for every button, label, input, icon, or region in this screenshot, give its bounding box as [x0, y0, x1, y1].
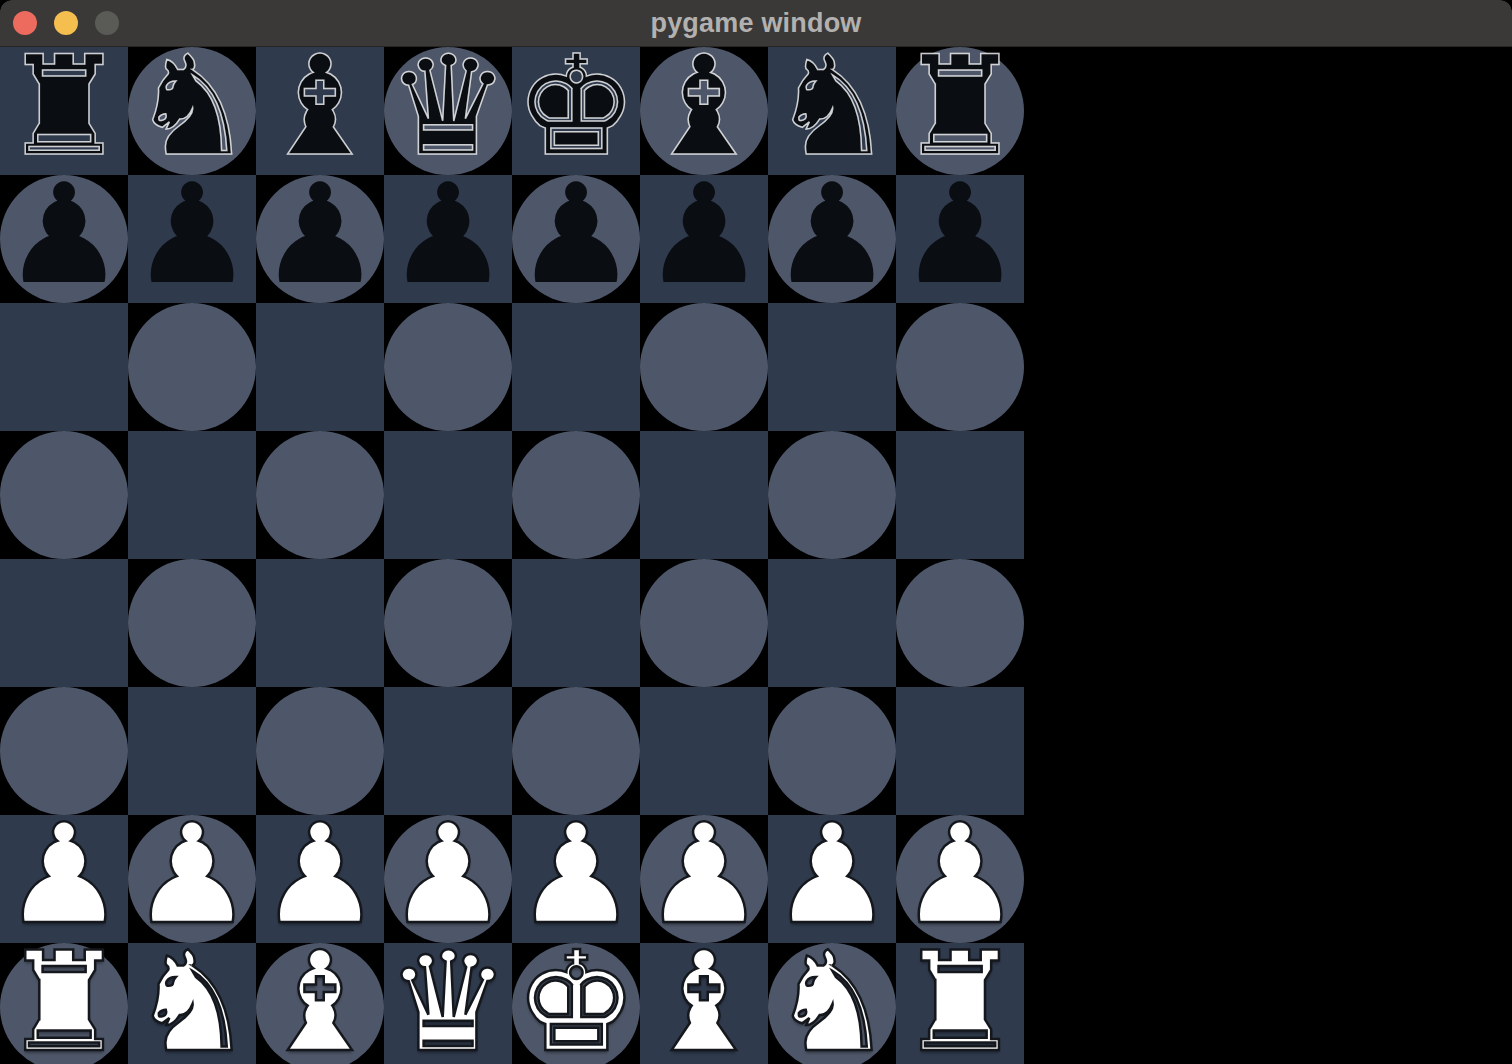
square-c6[interactable]	[256, 303, 384, 431]
square-a5[interactable]	[0, 431, 128, 559]
black-rook: ♜	[2, 43, 126, 171]
square-f4[interactable]	[640, 559, 768, 687]
black-knight: ♞	[770, 43, 894, 171]
square-g4[interactable]	[768, 559, 896, 687]
square-d7[interactable]: ♟	[384, 175, 512, 303]
square-f6[interactable]	[640, 303, 768, 431]
square-a1[interactable]: ♜	[0, 943, 128, 1064]
close-button[interactable]	[13, 11, 37, 35]
black-pawn: ♟	[2, 171, 126, 299]
square-h6[interactable]	[896, 303, 1024, 431]
square-h4[interactable]	[896, 559, 1024, 687]
white-pawn: ♟	[770, 811, 894, 939]
square-d1[interactable]: ♛	[384, 943, 512, 1064]
square-e1[interactable]: ♚	[512, 943, 640, 1064]
square-c4[interactable]	[256, 559, 384, 687]
square-e4[interactable]	[512, 559, 640, 687]
traffic-lights	[13, 0, 119, 46]
square-f1[interactable]: ♝	[640, 943, 768, 1064]
square-g6[interactable]	[768, 303, 896, 431]
square-h1[interactable]: ♜	[896, 943, 1024, 1064]
white-pawn: ♟	[130, 811, 254, 939]
pygame-window: pygame window ♜♞♝♛♚♝♞♜♟♟♟♟♟♟♟♟♟♟♟♟♟♟♟♟♜♞…	[0, 0, 1512, 1064]
white-king: ♚	[514, 939, 638, 1064]
square-a7[interactable]: ♟	[0, 175, 128, 303]
black-bishop: ♝	[258, 43, 382, 171]
white-rook: ♜	[898, 939, 1022, 1064]
white-rook: ♜	[2, 939, 126, 1064]
square-b1[interactable]: ♞	[128, 943, 256, 1064]
white-bishop: ♝	[642, 939, 766, 1064]
square-e7[interactable]: ♟	[512, 175, 640, 303]
titlebar[interactable]: pygame window	[0, 0, 1512, 47]
square-a4[interactable]	[0, 559, 128, 687]
black-rook: ♜	[898, 43, 1022, 171]
square-g7[interactable]: ♟	[768, 175, 896, 303]
black-pawn: ♟	[770, 171, 894, 299]
black-knight: ♞	[130, 43, 254, 171]
white-pawn: ♟	[514, 811, 638, 939]
square-d6[interactable]	[384, 303, 512, 431]
square-b6[interactable]	[128, 303, 256, 431]
black-bishop: ♝	[642, 43, 766, 171]
square-d4[interactable]	[384, 559, 512, 687]
zoom-button[interactable]	[95, 11, 119, 35]
black-pawn: ♟	[514, 171, 638, 299]
chess-board: ♜♞♝♛♚♝♞♜♟♟♟♟♟♟♟♟♟♟♟♟♟♟♟♟♜♞♝♛♚♝♞♜	[0, 47, 1024, 1064]
white-knight: ♞	[770, 939, 894, 1064]
black-king: ♚	[514, 43, 638, 171]
black-pawn: ♟	[258, 171, 382, 299]
square-h7[interactable]: ♟	[896, 175, 1024, 303]
square-h5[interactable]	[896, 431, 1024, 559]
white-pawn: ♟	[898, 811, 1022, 939]
window-title: pygame window	[0, 8, 1512, 39]
black-pawn: ♟	[898, 171, 1022, 299]
white-pawn: ♟	[386, 811, 510, 939]
black-pawn: ♟	[130, 171, 254, 299]
square-c5[interactable]	[256, 431, 384, 559]
white-bishop: ♝	[258, 939, 382, 1064]
white-pawn: ♟	[258, 811, 382, 939]
minimize-button[interactable]	[54, 11, 78, 35]
square-g5[interactable]	[768, 431, 896, 559]
square-c1[interactable]: ♝	[256, 943, 384, 1064]
white-pawn: ♟	[642, 811, 766, 939]
white-queen: ♛	[386, 939, 510, 1064]
black-queen: ♛	[386, 43, 510, 171]
black-pawn: ♟	[642, 171, 766, 299]
square-c7[interactable]: ♟	[256, 175, 384, 303]
square-b4[interactable]	[128, 559, 256, 687]
square-e6[interactable]	[512, 303, 640, 431]
square-g1[interactable]: ♞	[768, 943, 896, 1064]
square-b5[interactable]	[128, 431, 256, 559]
square-f5[interactable]	[640, 431, 768, 559]
square-a6[interactable]	[0, 303, 128, 431]
white-knight: ♞	[130, 939, 254, 1064]
square-b7[interactable]: ♟	[128, 175, 256, 303]
black-pawn: ♟	[386, 171, 510, 299]
square-f7[interactable]: ♟	[640, 175, 768, 303]
square-e5[interactable]	[512, 431, 640, 559]
white-pawn: ♟	[2, 811, 126, 939]
square-d5[interactable]	[384, 431, 512, 559]
